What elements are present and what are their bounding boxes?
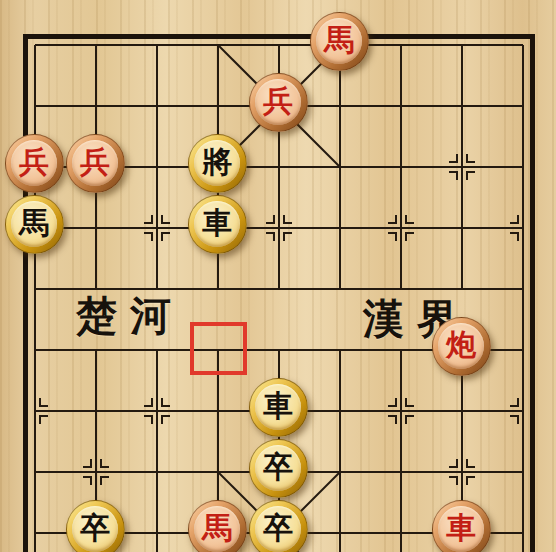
piece-black-soldier[interactable]: 卒 — [249, 500, 308, 552]
piece-face: 兵 — [255, 79, 301, 125]
piece-character: 車 — [263, 391, 293, 421]
piece-character: 兵 — [19, 147, 49, 177]
piece-black-chariot[interactable]: 車 — [188, 195, 247, 254]
piece-face: 車 — [255, 384, 301, 430]
piece-face: 卒 — [255, 445, 301, 491]
piece-face: 卒 — [255, 506, 301, 552]
piece-face: 馬 — [11, 201, 57, 247]
piece-red-horse[interactable]: 馬 — [310, 12, 369, 71]
piece-character: 馬 — [324, 25, 354, 55]
piece-face: 兵 — [11, 140, 57, 186]
piece-red-soldier[interactable]: 兵 — [66, 134, 125, 193]
piece-character: 馬 — [19, 208, 49, 238]
piece-face: 炮 — [438, 323, 484, 369]
last-move-highlight — [190, 322, 247, 375]
piece-black-chariot[interactable]: 車 — [249, 378, 308, 437]
piece-black-soldier[interactable]: 卒 — [66, 500, 125, 552]
piece-character: 兵 — [80, 147, 110, 177]
piece-black-soldier[interactable]: 卒 — [249, 439, 308, 498]
piece-character: 卒 — [263, 452, 293, 482]
piece-face: 馬 — [194, 506, 240, 552]
river-label-chu: 楚河 — [76, 289, 184, 344]
piece-face: 馬 — [316, 18, 362, 64]
piece-character: 炮 — [446, 330, 476, 360]
piece-character: 馬 — [202, 513, 232, 543]
piece-face: 車 — [438, 506, 484, 552]
piece-face: 車 — [194, 201, 240, 247]
piece-black-general[interactable]: 將 — [188, 134, 247, 193]
piece-red-soldier[interactable]: 兵 — [5, 134, 64, 193]
piece-character: 兵 — [263, 86, 293, 116]
piece-character: 車 — [202, 208, 232, 238]
piece-red-soldier[interactable]: 兵 — [249, 73, 308, 132]
piece-character: 卒 — [80, 513, 110, 543]
piece-face: 兵 — [72, 140, 118, 186]
piece-black-horse[interactable]: 馬 — [5, 195, 64, 254]
piece-character: 將 — [202, 147, 232, 177]
piece-face: 卒 — [72, 506, 118, 552]
xiangqi-board: 楚河 漢界 馬兵兵兵將馬車炮車卒卒馬卒車 — [0, 0, 556, 552]
piece-red-chariot[interactable]: 車 — [432, 500, 491, 552]
piece-character: 車 — [446, 513, 476, 543]
piece-character: 卒 — [263, 513, 293, 543]
piece-red-cannon[interactable]: 炮 — [432, 317, 491, 376]
piece-red-horse[interactable]: 馬 — [188, 500, 247, 552]
piece-face: 將 — [194, 140, 240, 186]
